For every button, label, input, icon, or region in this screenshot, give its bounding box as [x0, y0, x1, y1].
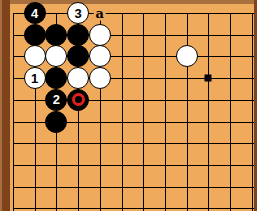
move-number-label: 3 [74, 7, 81, 20]
grid-hline [13, 165, 257, 166]
white-stone [89, 67, 111, 89]
grid-hline [13, 143, 257, 144]
grid-vline [208, 13, 209, 211]
black-stone [45, 24, 67, 46]
red-circle-marker [72, 93, 85, 106]
point-label-a: a [94, 6, 106, 21]
grid-vline [187, 13, 188, 211]
white-stone-move-1: 1 [24, 67, 46, 89]
grid-hline [13, 208, 257, 209]
grid-vline [143, 13, 144, 211]
black-stone-move-4: 4 [24, 2, 46, 24]
black-stone [67, 89, 89, 111]
black-stone [45, 111, 67, 133]
white-stone [24, 45, 46, 67]
grid-vline [122, 13, 123, 211]
black-stone [24, 24, 46, 46]
grid-vline [252, 13, 253, 211]
white-stone [89, 24, 111, 46]
board-right-border [254, 0, 257, 211]
black-stone [45, 67, 67, 89]
go-board-diagram: 4312a [0, 0, 257, 211]
move-number-label: 1 [31, 72, 38, 85]
white-stone [67, 67, 89, 89]
grid-hline [13, 13, 257, 14]
move-number-label: 4 [31, 7, 38, 20]
white-stone-move-3: 3 [67, 2, 89, 24]
black-stone [67, 24, 89, 46]
grid-hline [13, 187, 257, 188]
black-stone [67, 45, 89, 67]
hoshi-star-point [205, 75, 212, 82]
grid-vline [13, 13, 14, 211]
white-stone [89, 45, 111, 67]
white-stone [45, 45, 67, 67]
black-stone-move-2: 2 [45, 89, 67, 111]
move-number-label: 2 [53, 93, 60, 106]
white-stone [176, 45, 198, 67]
board-left-border [0, 0, 10, 211]
grid-vline [165, 13, 166, 211]
grid-vline [230, 13, 231, 211]
